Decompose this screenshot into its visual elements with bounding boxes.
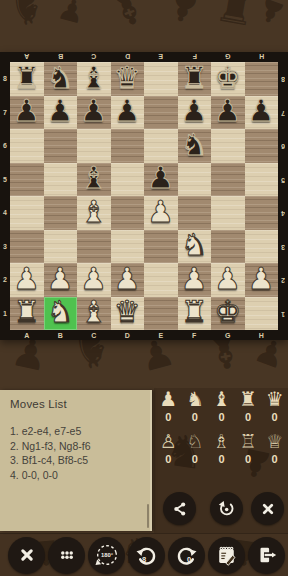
square-e6[interactable]: [144, 129, 178, 163]
file-label: G: [211, 330, 245, 340]
rank-label: 7: [278, 96, 288, 130]
piece-white-pawn: ♟: [147, 197, 174, 227]
piece-white-pawn: ♟: [214, 264, 241, 294]
square-d7[interactable]: ♟: [111, 96, 145, 130]
white-bishop-icon: ♗: [213, 432, 230, 451]
notation-button[interactable]: [208, 537, 245, 574]
piece-black-queen: ♛: [114, 63, 141, 93]
file-label: B: [44, 330, 78, 340]
chess-board: ABCDEFGH ABCDEFGH 87654321 87654321 ♜♞♝♛…: [0, 52, 288, 340]
square-a1[interactable]: ♜: [10, 297, 44, 331]
square-h7[interactable]: ♟: [245, 96, 279, 130]
captured-cell-white-pawn: ♙0: [155, 432, 182, 465]
square-e4[interactable]: ♟: [144, 196, 178, 230]
square-g6[interactable]: [211, 129, 245, 163]
rank-label: 4: [278, 196, 288, 230]
square-b5[interactable]: [44, 163, 78, 197]
square-b1[interactable]: ♞: [44, 297, 78, 331]
reset-icon: [216, 498, 237, 519]
rotate-180-icon: 180°: [94, 542, 120, 568]
rank-label: 4: [0, 196, 10, 230]
move-row: 1. e2-e4, e7-e5: [10, 424, 150, 439]
captured-count: 0: [165, 411, 171, 423]
file-label: A: [10, 52, 44, 62]
piece-white-rook: ♜: [181, 297, 208, 327]
black-rook-icon: ♜: [239, 389, 257, 409]
file-label: A: [10, 330, 44, 340]
captured-cell-white-knight: ♘0: [182, 432, 209, 465]
move-row: 2. Ng1-f3, Ng8-f6: [10, 439, 150, 454]
x-icon: [259, 500, 277, 518]
file-label: C: [77, 330, 111, 340]
piece-white-king: ♚: [214, 297, 241, 327]
square-g4[interactable]: [211, 196, 245, 230]
square-c7[interactable]: ♟: [77, 96, 111, 130]
square-a8[interactable]: ♜: [10, 62, 44, 96]
rank-label: 1: [0, 297, 10, 331]
square-a3[interactable]: [10, 230, 44, 264]
captured-cell-black-queen: ♛0: [261, 389, 288, 423]
square-c1[interactable]: ♝: [77, 297, 111, 331]
piece-white-rook: ♜: [13, 297, 40, 327]
piece-black-king: ♚: [214, 63, 241, 93]
square-a6[interactable]: [10, 129, 44, 163]
square-f3[interactable]: ♞: [178, 230, 212, 264]
white-queen-icon: ♕: [266, 432, 283, 451]
square-d1[interactable]: ♛: [111, 297, 145, 331]
file-label: H: [245, 52, 279, 62]
square-a5[interactable]: [10, 163, 44, 197]
captured-cell-black-rook: ♜0: [235, 389, 262, 423]
piece-black-pawn: ♟: [147, 163, 174, 193]
square-g2[interactable]: ♟: [211, 263, 245, 297]
piece-black-pawn: ♟: [248, 96, 275, 126]
moves-list-title: Moves List: [10, 398, 150, 410]
black-knight-icon: ♞: [186, 389, 204, 409]
piece-black-pawn: ♟: [13, 96, 40, 126]
square-f6[interactable]: ♞: [178, 129, 212, 163]
piece-black-pawn: ♟: [181, 96, 208, 126]
move-row: 4. 0-0, 0-0: [10, 468, 150, 483]
share-button[interactable]: [163, 492, 196, 525]
rank-label: 6: [278, 129, 288, 163]
rank-label: 2: [278, 263, 288, 297]
square-d4[interactable]: [111, 196, 145, 230]
square-b3[interactable]: [44, 230, 78, 264]
square-c3[interactable]: [77, 230, 111, 264]
dots-grid-icon: [56, 544, 78, 566]
black-queen-icon: ♛: [266, 389, 284, 409]
rank-label: 1: [278, 297, 288, 331]
exit-door-icon: [255, 543, 279, 567]
square-h6[interactable]: [245, 129, 279, 163]
file-label: F: [178, 330, 212, 340]
file-label: C: [77, 52, 111, 62]
pattern-piece-glyph: ♟: [164, 0, 202, 29]
square-b4[interactable]: [44, 196, 78, 230]
piece-white-knight: ♞: [47, 297, 74, 327]
moves-list-panel[interactable]: Moves List 1. e2-e4, e7-e52. Ng1-f3, Ng8…: [0, 390, 152, 531]
square-a4[interactable]: [10, 196, 44, 230]
piece-white-pawn: ♟: [47, 264, 74, 294]
square-h3[interactable]: [245, 230, 279, 264]
file-label: H: [245, 330, 279, 340]
move-row: 3. Bf1-c4, Bf8-c5: [10, 453, 150, 468]
redo-button[interactable]: 0: [168, 537, 205, 574]
svg-text:8: 8: [142, 555, 146, 564]
square-e5[interactable]: ♟: [144, 163, 178, 197]
piece-white-queen: ♛: [114, 297, 141, 327]
piece-black-rook: ♜: [13, 63, 40, 93]
black-pawn-icon: ♟: [159, 389, 177, 409]
square-e7[interactable]: [144, 96, 178, 130]
square-f7[interactable]: ♟: [178, 96, 212, 130]
rank-label: 6: [0, 129, 10, 163]
captured-pieces-tray: ♟0♞0♝0♜0♛0♙0♘0♗0♖0♕0: [155, 389, 288, 465]
moves-list: 1. e2-e4, e7-e52. Ng1-f3, Ng8-f63. Bf1-c…: [10, 424, 150, 482]
piece-black-bishop: ♝: [80, 63, 107, 93]
undo-arrow-icon: 8: [134, 543, 159, 568]
square-f4[interactable]: [178, 196, 212, 230]
exit-button[interactable]: [248, 537, 285, 574]
captured-cell-white-bishop: ♗0: [208, 432, 235, 465]
square-d2[interactable]: ♟: [111, 263, 145, 297]
square-g1[interactable]: ♚: [211, 297, 245, 331]
black-bishop-icon: ♝: [213, 389, 231, 409]
white-pawn-icon: ♙: [160, 432, 177, 451]
square-h5[interactable]: [245, 163, 279, 197]
square-f1[interactable]: ♜: [178, 297, 212, 331]
square-b6[interactable]: [44, 129, 78, 163]
captured-count: 0: [218, 411, 224, 423]
piece-white-knight: ♞: [181, 230, 208, 260]
file-label: F: [178, 52, 212, 62]
rank-label: 3: [278, 230, 288, 264]
piece-white-pawn: ♟: [181, 264, 208, 294]
piece-white-pawn: ♟: [248, 264, 275, 294]
square-e8[interactable]: [144, 62, 178, 96]
captured-row-black: ♟0♞0♝0♜0♛0: [155, 389, 288, 423]
file-label: E: [144, 52, 178, 62]
square-h4[interactable]: [245, 196, 279, 230]
square-c6[interactable]: [77, 129, 111, 163]
pattern-piece-glyph: ♜: [211, 0, 260, 33]
captured-count: 0: [218, 453, 224, 465]
svg-text:180°: 180°: [100, 552, 113, 558]
moves-scrollbar[interactable]: [147, 504, 149, 528]
square-c5[interactable]: ♝: [77, 163, 111, 197]
square-c8[interactable]: ♝: [77, 62, 111, 96]
rotate-180-button[interactable]: 180°: [88, 537, 125, 574]
square-e3[interactable]: [144, 230, 178, 264]
piece-white-bishop: ♝: [80, 197, 107, 227]
piece-black-pawn: ♟: [214, 96, 241, 126]
tray-close-button[interactable]: [251, 492, 284, 525]
captured-cell-black-bishop: ♝0: [208, 389, 235, 423]
rank-label: 8: [0, 62, 10, 96]
piece-black-pawn: ♟: [80, 96, 107, 126]
square-h2[interactable]: ♟: [245, 263, 279, 297]
square-a2[interactable]: ♟: [10, 263, 44, 297]
pattern-piece-glyph: ♞: [6, 0, 45, 31]
captured-count: 0: [245, 411, 251, 423]
square-e1[interactable]: [144, 297, 178, 331]
file-label: D: [111, 52, 145, 62]
pattern-piece-glyph: ♟: [254, 0, 288, 30]
square-g8[interactable]: ♚: [211, 62, 245, 96]
bottom-toolbar: 180° 8 0: [0, 533, 288, 576]
file-label: E: [144, 330, 178, 340]
square-g5[interactable]: [211, 163, 245, 197]
notepad-pencil-icon: [214, 543, 239, 568]
undo-button[interactable]: 8: [128, 537, 165, 574]
redo-arrow-icon: 0: [174, 543, 199, 568]
square-h8[interactable]: [245, 62, 279, 96]
captured-cell-white-rook: ♖0: [235, 432, 262, 465]
square-d3[interactable]: [111, 230, 145, 264]
rank-label: 3: [0, 230, 10, 264]
board-squares: ♜♞♝♛♜♚♟♟♟♟♟♟♟♞♝♟♝♟♞♟♟♟♟♟♟♟♜♞♝♛♜♚: [10, 62, 278, 330]
rank-label: 5: [278, 163, 288, 197]
piece-black-rook: ♜: [181, 63, 208, 93]
captured-count: 0: [245, 453, 251, 465]
captured-row-white: ♙0♘0♗0♖0♕0: [155, 432, 288, 465]
menu-dots-button[interactable]: [48, 537, 85, 574]
captured-count: 0: [165, 453, 171, 465]
file-label: B: [44, 52, 78, 62]
square-b7[interactable]: ♟: [44, 96, 78, 130]
captured-cell-black-knight: ♞0: [182, 389, 209, 423]
piece-black-pawn: ♟: [114, 96, 141, 126]
square-f5[interactable]: [178, 163, 212, 197]
piece-white-bishop: ♝: [80, 297, 107, 327]
piece-black-knight: ♞: [47, 63, 74, 93]
rank-label: 5: [0, 163, 10, 197]
reset-button[interactable]: [210, 492, 243, 525]
x-icon: [17, 545, 37, 565]
pattern-piece-glyph: ♝: [102, 0, 154, 35]
captured-count: 0: [192, 411, 198, 423]
square-f8[interactable]: ♜: [178, 62, 212, 96]
rank-label: 8: [278, 62, 288, 96]
piece-black-knight: ♞: [181, 130, 208, 160]
square-d6[interactable]: [111, 129, 145, 163]
square-d8[interactable]: ♛: [111, 62, 145, 96]
square-a7[interactable]: ♟: [10, 96, 44, 130]
close-button[interactable]: [8, 537, 45, 574]
captured-cell-white-queen: ♕0: [261, 432, 288, 465]
board-coordinates-bottom: ABCDEFGH: [10, 330, 278, 340]
square-g3[interactable]: [211, 230, 245, 264]
file-label: D: [111, 330, 145, 340]
piece-black-bishop: ♝: [80, 163, 107, 193]
white-rook-icon: ♖: [240, 432, 257, 451]
square-b2[interactable]: ♟: [44, 263, 78, 297]
share-icon: [170, 499, 190, 519]
board-coordinates-right: 87654321: [278, 62, 288, 330]
square-h1[interactable]: [245, 297, 279, 331]
square-c4[interactable]: ♝: [77, 196, 111, 230]
piece-white-pawn: ♟: [13, 264, 40, 294]
captured-count: 0: [272, 411, 278, 423]
captured-count: 0: [192, 453, 198, 465]
square-e2[interactable]: [144, 263, 178, 297]
square-c2[interactable]: ♟: [77, 263, 111, 297]
rank-label: 2: [0, 263, 10, 297]
board-coordinates-left: 87654321: [0, 62, 10, 330]
captured-count: 0: [272, 453, 278, 465]
piece-white-pawn: ♟: [80, 264, 107, 294]
board-coordinates-top: ABCDEFGH: [10, 52, 278, 62]
square-g7[interactable]: ♟: [211, 96, 245, 130]
square-d5[interactable]: [111, 163, 145, 197]
piece-white-pawn: ♟: [114, 264, 141, 294]
white-knight-icon: ♘: [186, 432, 203, 451]
svg-text:0: 0: [187, 555, 191, 564]
file-label: G: [211, 52, 245, 62]
pattern-piece-glyph: ♟: [55, 0, 89, 29]
captured-cell-black-pawn: ♟0: [155, 389, 182, 423]
square-f2[interactable]: ♟: [178, 263, 212, 297]
square-b8[interactable]: ♞: [44, 62, 78, 96]
rank-label: 7: [0, 96, 10, 130]
piece-black-pawn: ♟: [47, 96, 74, 126]
